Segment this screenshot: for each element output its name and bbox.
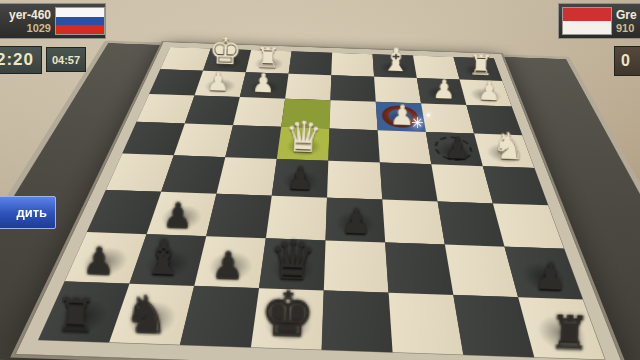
piece-white-pawn-f2[interactable]: ♟ <box>240 70 286 98</box>
left-player-plate: yer-460 1029 <box>0 3 106 39</box>
russia-flag-icon <box>55 7 105 35</box>
piece-black-pawn-a7[interactable]: ♟ <box>517 257 583 296</box>
square-d8[interactable] <box>322 290 393 352</box>
right-player-name: Gre <box>616 8 637 22</box>
left-main-clock: 2:20 <box>0 46 42 74</box>
piece-black-bishop-g7[interactable]: ♝ <box>130 233 196 284</box>
piece-white-pawn-b2[interactable]: ♟ <box>421 76 467 104</box>
flag-stripe <box>56 8 104 17</box>
piece-white-knight-a4[interactable]: ♞ <box>482 127 535 166</box>
square-f4[interactable] <box>225 125 281 159</box>
flag-stripe <box>56 17 104 26</box>
square-c5[interactable] <box>380 163 438 202</box>
flag-stripe <box>563 8 611 21</box>
square-g5[interactable] <box>161 155 225 193</box>
square-g3[interactable] <box>185 95 240 125</box>
piece-white-bishop-c1[interactable]: ♝ <box>374 43 418 76</box>
square-g4[interactable] <box>174 124 233 158</box>
left-player-rating: 1029 <box>27 22 51 34</box>
square-d7[interactable] <box>324 240 389 292</box>
piece-black-pawn-h7[interactable]: ♟ <box>66 242 132 281</box>
piece-black-knight-g8[interactable]: ♞ <box>110 288 182 342</box>
indonesia-flag-icon <box>562 7 612 35</box>
left-secondary-clock: 04:57 <box>46 47 86 72</box>
square-d4[interactable] <box>328 129 380 163</box>
square-f8[interactable] <box>180 286 259 348</box>
flag-stripe <box>563 21 611 34</box>
piece-black-rook-a8[interactable]: ♜ <box>534 308 606 356</box>
square-d2[interactable] <box>330 75 375 102</box>
action-button[interactable]: дить <box>0 196 56 229</box>
right-player-rating: 910 <box>616 22 634 34</box>
square-f5[interactable] <box>217 157 277 196</box>
piece-white-pawn-g2[interactable]: ♟ <box>195 68 241 96</box>
square-d1[interactable] <box>331 53 374 77</box>
square-c8[interactable] <box>389 293 464 355</box>
flag-stripe <box>56 25 104 34</box>
board-scene: ♚♜♜♝♞♛♟♟♟♟♟♚♛♜♜♞♝♟♟♟♟♟♟♟ <box>161 51 492 360</box>
piece-black-pawn-e5[interactable]: ♟ <box>272 162 328 196</box>
square-a6[interactable] <box>493 203 564 248</box>
piece-black-rook-h8[interactable]: ♜ <box>40 291 112 339</box>
square-c4[interactable] <box>378 130 432 164</box>
hint-sparkle-icon: ✳✦ <box>411 114 424 132</box>
square-a5[interactable] <box>483 166 548 205</box>
right-player-plate: Gre 910 <box>558 3 640 39</box>
piece-black-king-e8[interactable]: ♚ <box>251 283 324 347</box>
piece-white-queen-e4[interactable]: ♛ <box>277 115 330 159</box>
square-c7[interactable] <box>385 242 453 295</box>
game-screen: ♚♜♜♝♞♛♟♟♟♟♟♚♛♜♜♞♝♟♟♟♟♟♟♟ ✳✦ yer-460 1029… <box>0 0 640 360</box>
left-player-name: yer-460 <box>9 8 51 22</box>
square-e1[interactable] <box>289 51 333 75</box>
piece-white-king-g1[interactable]: ♚ <box>204 32 248 71</box>
right-clock: 0 <box>614 46 640 76</box>
square-e2[interactable] <box>285 74 331 101</box>
piece-white-pawn-a2[interactable]: ♟ <box>466 78 512 106</box>
piece-black-pawn-d6[interactable]: ♟ <box>326 204 387 240</box>
square-d3[interactable] <box>330 100 378 130</box>
piece-black-pawn-b4[interactable]: ♟ <box>431 133 483 164</box>
square-c6[interactable] <box>382 200 445 245</box>
square-d5[interactable] <box>327 161 382 200</box>
piece-black-pawn-f7[interactable]: ♟ <box>195 246 261 285</box>
